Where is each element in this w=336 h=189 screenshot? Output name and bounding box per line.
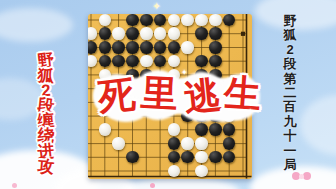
cloud-top-left (0, 8, 73, 42)
black-stone (112, 41, 125, 54)
white-stone (181, 41, 194, 54)
caption-char: 逃 (182, 76, 223, 117)
white-stone (168, 165, 181, 178)
left-banner-char: 攻 (27, 157, 64, 175)
black-stone (140, 14, 153, 26)
black-stone (223, 14, 236, 26)
white-stone (154, 27, 167, 40)
white-stone (99, 14, 112, 26)
pink-bow (292, 170, 312, 182)
black-stone (195, 123, 208, 136)
caption-char: 死 (96, 75, 137, 116)
right-banner-char: 狐 (281, 28, 299, 42)
black-stone (99, 27, 112, 40)
black-stone (126, 151, 139, 164)
caption-char: 生 (223, 74, 262, 113)
caption-char: 里 (140, 74, 179, 113)
star-sparkle-top: ✦ (152, 1, 161, 12)
white-stone (168, 27, 181, 40)
black-stone (181, 151, 194, 164)
black-stone (209, 27, 222, 40)
white-stone (140, 55, 153, 68)
black-stone (168, 151, 181, 164)
white-stone (88, 27, 97, 40)
white-stone (195, 14, 208, 26)
white-stone (168, 123, 181, 136)
black-stone (154, 41, 167, 54)
black-stone (223, 151, 236, 164)
cloud-right-mid (300, 95, 336, 155)
white-stone (209, 14, 222, 26)
black-stone (126, 27, 139, 40)
white-stone (168, 14, 181, 26)
black-stone (195, 27, 208, 40)
white-stone (168, 55, 181, 68)
black-stone (209, 151, 222, 164)
black-stone (195, 55, 208, 68)
black-stone (223, 123, 236, 136)
black-stone (126, 41, 139, 54)
right-banner-char: 第 (281, 72, 299, 86)
right-title-banner: 野狐2段第二百九十一局 (281, 14, 299, 172)
black-stone (168, 41, 181, 54)
pink-dot-2 (12, 183, 17, 188)
white-stone (195, 165, 208, 178)
white-stone (88, 55, 97, 68)
right-banner-char: 十 (281, 129, 299, 143)
black-stone (168, 137, 181, 150)
black-stone (112, 55, 125, 68)
right-banner-char: 一 (281, 144, 299, 158)
white-stone (181, 137, 194, 150)
white-stone (140, 27, 153, 40)
black-stone (99, 55, 112, 68)
white-stone (181, 14, 194, 26)
black-stone (209, 123, 222, 136)
right-banner-char: 段 (281, 57, 299, 71)
thumbnail-stage: ✦ (0, 0, 336, 189)
white-stone (99, 123, 112, 136)
right-banner-char: 百 (281, 100, 299, 114)
white-stone (112, 27, 125, 40)
caption-sparkle-2: ✦ (247, 108, 254, 116)
white-stone (112, 137, 125, 150)
black-stone (154, 55, 167, 68)
black-stone (154, 14, 167, 26)
black-stone (140, 41, 153, 54)
caption-sparkle-1: ✦ (181, 69, 188, 77)
black-stone (126, 14, 139, 26)
left-title-banner: 野狐2段缠绕进攻 (28, 53, 64, 174)
black-stone (99, 41, 112, 54)
black-stone (209, 41, 222, 54)
white-stone (195, 137, 208, 150)
white-stone (195, 151, 208, 164)
black-stone (223, 137, 236, 150)
black-stone (126, 55, 139, 68)
black-stone (88, 41, 97, 54)
pink-dot-1 (150, 183, 155, 188)
black-stone (209, 55, 222, 68)
